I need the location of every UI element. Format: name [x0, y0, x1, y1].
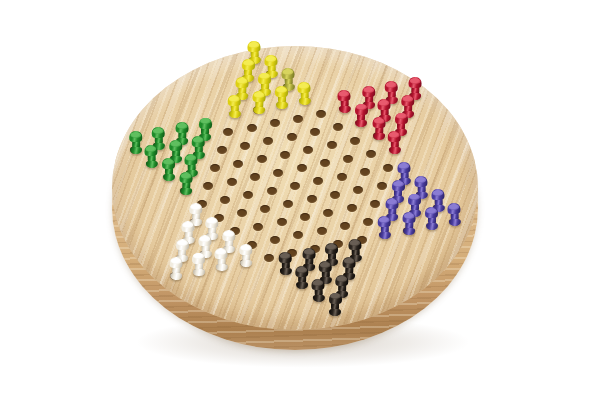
peg-cap	[379, 217, 390, 223]
hole[interactable]	[257, 155, 267, 163]
peg-head	[298, 81, 311, 92]
hole[interactable]	[217, 146, 227, 154]
peg-cap	[180, 172, 191, 178]
peg-white[interactable]	[215, 248, 229, 270]
peg-yellow[interactable]	[275, 86, 288, 108]
peg-purple[interactable]	[448, 203, 462, 225]
peg-cap	[378, 100, 389, 106]
peg-cap	[343, 257, 354, 263]
peg-head	[329, 293, 342, 304]
hole[interactable]	[323, 209, 333, 217]
hole[interactable]	[300, 213, 310, 221]
peg-cap	[240, 244, 251, 250]
peg-cap	[299, 82, 310, 88]
hole[interactable]	[377, 182, 387, 190]
peg-base	[193, 269, 205, 276]
peg-head	[448, 203, 461, 214]
peg-cap	[223, 230, 234, 236]
hole[interactable]	[280, 151, 290, 159]
peg-head	[169, 257, 182, 268]
peg-head	[185, 153, 198, 164]
peg-head	[336, 275, 349, 286]
peg-head	[162, 158, 175, 169]
peg-head	[402, 95, 415, 106]
hole[interactable]	[307, 195, 317, 203]
peg-head	[281, 68, 294, 79]
hole[interactable]	[330, 191, 340, 199]
peg-green[interactable]	[179, 171, 193, 193]
peg-yellow[interactable]	[298, 81, 312, 103]
peg-base	[229, 111, 241, 118]
hole[interactable]	[267, 187, 277, 195]
peg-base	[355, 120, 367, 127]
peg-cap	[387, 199, 398, 205]
peg-base	[449, 219, 461, 226]
peg-base	[372, 133, 384, 140]
hole[interactable]	[270, 119, 280, 127]
peg-cap	[326, 244, 337, 250]
peg-head	[392, 180, 405, 191]
peg-head	[342, 257, 355, 268]
hole[interactable]	[327, 141, 337, 149]
hole[interactable]	[297, 164, 307, 172]
peg-cap	[276, 87, 287, 93]
hole[interactable]	[253, 223, 263, 231]
peg-head	[395, 113, 408, 124]
peg-head	[198, 234, 211, 245]
peg-cap	[199, 235, 210, 241]
peg-base	[299, 97, 311, 104]
hole[interactable]	[343, 155, 353, 163]
hole[interactable]	[353, 186, 363, 194]
peg-cap	[330, 293, 341, 299]
hole[interactable]	[203, 182, 213, 190]
peg-head	[377, 99, 390, 110]
peg-head	[145, 144, 158, 155]
peg-head	[275, 86, 288, 97]
peg-base	[329, 309, 341, 316]
peg-cap	[432, 190, 443, 196]
peg-cap	[253, 91, 264, 97]
peg-head	[378, 216, 391, 227]
peg-base	[339, 106, 351, 113]
peg-head	[264, 54, 277, 65]
peg-head	[414, 176, 427, 187]
peg-base	[163, 174, 175, 181]
peg-head	[425, 207, 438, 218]
peg-cap	[182, 221, 193, 227]
hole[interactable]	[293, 115, 303, 123]
peg-base	[312, 295, 324, 302]
peg-cap	[426, 208, 437, 214]
peg-head	[408, 77, 421, 88]
hole[interactable]	[383, 164, 393, 172]
peg-base	[389, 147, 401, 154]
peg-cap	[312, 280, 323, 286]
peg-cap	[265, 55, 276, 61]
peg-cap	[279, 253, 290, 259]
peg-black[interactable]	[278, 252, 291, 274]
peg-base	[252, 106, 264, 113]
peg-cap	[338, 91, 349, 97]
peg-head	[325, 243, 338, 254]
peg-cap	[304, 248, 315, 254]
peg-cap	[216, 248, 227, 254]
peg-white[interactable]	[169, 257, 183, 279]
hole[interactable]	[347, 204, 357, 212]
peg-cap	[282, 68, 293, 74]
peg-cap	[207, 217, 218, 223]
peg-head	[215, 248, 228, 259]
peg-base	[296, 282, 308, 289]
hole[interactable]	[370, 200, 380, 208]
peg-cap	[229, 96, 240, 102]
peg-cap	[177, 123, 188, 129]
peg-head	[235, 77, 248, 88]
peg-cap	[363, 86, 374, 92]
peg-head	[385, 198, 398, 209]
hole[interactable]	[303, 146, 313, 154]
hole[interactable]	[350, 137, 360, 145]
hole[interactable]	[287, 133, 297, 141]
peg-head	[189, 203, 202, 214]
peg-cap	[190, 204, 201, 210]
hole[interactable]	[363, 218, 373, 226]
hole[interactable]	[220, 196, 230, 204]
peg-head	[408, 194, 421, 205]
peg-red[interactable]	[388, 131, 401, 153]
peg-yellow[interactable]	[252, 90, 266, 112]
peg-base	[179, 187, 191, 194]
peg-head	[192, 136, 205, 147]
peg-base	[379, 232, 391, 239]
peg-cap	[297, 266, 308, 272]
peg-base	[129, 147, 141, 154]
hole[interactable]	[260, 205, 270, 213]
hole[interactable]	[223, 128, 233, 136]
peg-head	[311, 279, 324, 290]
hole[interactable]	[293, 231, 303, 239]
peg-head	[239, 243, 252, 254]
peg-cap	[237, 77, 248, 83]
peg-cap	[193, 253, 204, 259]
peg-cap	[243, 60, 254, 66]
peg-head	[431, 189, 444, 200]
hole[interactable]	[273, 169, 283, 177]
peg-head	[176, 122, 189, 133]
peg-head	[402, 212, 415, 223]
peg-head	[388, 131, 401, 142]
peg-head	[302, 248, 315, 259]
peg-red[interactable]	[337, 90, 351, 112]
peg-base	[402, 228, 414, 235]
hole[interactable]	[283, 200, 293, 208]
peg-cap	[249, 41, 260, 47]
peg-cap	[200, 118, 211, 124]
peg-cap	[337, 275, 348, 281]
peg-purple[interactable]	[402, 212, 416, 234]
peg-cap	[356, 104, 367, 110]
peg-base	[216, 264, 228, 271]
peg-black[interactable]	[311, 279, 325, 301]
peg-cap	[399, 163, 410, 169]
hole[interactable]	[333, 123, 343, 131]
hole[interactable]	[290, 182, 300, 190]
peg-cap	[393, 181, 404, 187]
peg-head	[384, 81, 397, 92]
hole[interactable]	[210, 164, 220, 172]
hole[interactable]	[337, 173, 347, 181]
peg-head	[362, 86, 375, 97]
hole[interactable]	[310, 128, 320, 136]
peg-red[interactable]	[372, 117, 386, 139]
peg-cap	[409, 194, 420, 200]
peg-white[interactable]	[239, 243, 252, 265]
peg-head	[222, 230, 235, 241]
peg-head	[228, 95, 241, 106]
peg-cap	[186, 154, 197, 160]
hole[interactable]	[240, 142, 250, 150]
hole[interactable]	[263, 137, 273, 145]
scene	[0, 0, 600, 400]
peg-head	[181, 221, 194, 232]
peg-purple[interactable]	[425, 207, 438, 229]
peg-head	[355, 104, 368, 115]
peg-cap	[130, 132, 141, 138]
peg-green[interactable]	[162, 158, 175, 180]
hole[interactable]	[270, 236, 280, 244]
peg-cap	[146, 145, 157, 151]
hole[interactable]	[264, 254, 274, 262]
peg-yellow[interactable]	[228, 95, 241, 117]
peg-cap	[193, 136, 204, 142]
peg-head	[248, 41, 261, 52]
peg-head	[176, 239, 189, 250]
peg-cap	[177, 240, 188, 246]
peg-head	[129, 131, 142, 142]
peg-head	[169, 140, 182, 151]
peg-head	[296, 266, 309, 277]
peg-head	[258, 73, 271, 84]
peg-head	[398, 162, 411, 173]
peg-cap	[385, 82, 396, 88]
peg-black[interactable]	[295, 266, 308, 288]
peg-cap	[410, 77, 421, 83]
hole[interactable]	[340, 222, 350, 230]
peg-cap	[349, 239, 360, 245]
peg-cap	[163, 159, 174, 165]
peg-cap	[396, 113, 407, 119]
hole[interactable]	[233, 160, 243, 168]
peg-base	[426, 223, 438, 230]
hole[interactable]	[360, 168, 370, 176]
peg-cap	[170, 141, 181, 147]
hole[interactable]	[366, 150, 376, 158]
peg-cap	[153, 127, 164, 133]
peg-head	[206, 216, 219, 227]
peg-base	[239, 259, 251, 266]
peg-base	[146, 160, 158, 167]
peg-head	[348, 239, 361, 250]
peg-black[interactable]	[329, 293, 342, 315]
peg-head	[337, 90, 350, 101]
peg-cap	[403, 95, 414, 101]
peg-grid	[0, 0, 600, 400]
peg-cap	[389, 131, 400, 137]
hole[interactable]	[277, 218, 287, 226]
peg-head	[278, 252, 291, 263]
hole[interactable]	[316, 110, 326, 118]
peg-head	[192, 253, 205, 264]
hole[interactable]	[317, 227, 327, 235]
peg-head	[252, 90, 265, 101]
peg-cap	[415, 176, 426, 182]
peg-head	[179, 171, 192, 182]
hole[interactable]	[243, 191, 253, 199]
hole[interactable]	[250, 173, 260, 181]
peg-head	[152, 127, 165, 138]
hole[interactable]	[320, 159, 330, 167]
peg-red[interactable]	[355, 104, 368, 126]
peg-green[interactable]	[129, 131, 142, 153]
peg-cap	[373, 118, 384, 124]
hole[interactable]	[227, 178, 237, 186]
peg-purple[interactable]	[378, 216, 391, 238]
peg-cap	[449, 203, 460, 209]
peg-cap	[403, 212, 414, 218]
peg-base	[279, 268, 291, 275]
peg-head	[318, 261, 331, 272]
peg-head	[199, 118, 212, 129]
hole[interactable]	[247, 124, 257, 132]
peg-green[interactable]	[145, 144, 159, 166]
peg-head	[372, 117, 385, 128]
hole[interactable]	[237, 209, 247, 217]
peg-cap	[319, 262, 330, 268]
peg-white[interactable]	[192, 253, 205, 275]
peg-cap	[170, 257, 181, 263]
hole[interactable]	[313, 177, 323, 185]
peg-cap	[259, 73, 270, 79]
peg-base	[276, 102, 288, 109]
peg-head	[242, 59, 255, 70]
